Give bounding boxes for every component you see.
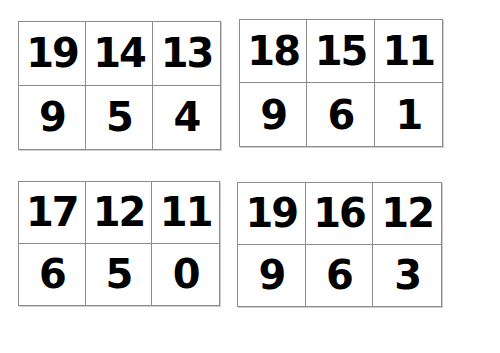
card3-cell-r2c1: 6 [19,244,86,306]
card3-cell-r2c2: 5 [86,244,153,306]
card2-cell-r2c3: 1 [375,83,442,146]
card2-cell-r2c2: 6 [307,83,374,146]
card2-cell-r1c2: 15 [307,20,374,83]
card4-cell-r1c3: 12 [373,183,441,245]
card3-cell-r1c3: 11 [152,182,219,244]
card2-cell-r1c3: 11 [375,20,442,83]
number-card-2: 18 15 11 9 6 1 [239,19,443,147]
card1-cell-r1c2: 14 [86,22,153,86]
card4-cell-r2c3: 3 [373,245,441,307]
card4-cell-r2c1: 9 [238,245,306,307]
card2-cell-r1c1: 18 [240,20,307,83]
card1-cell-r2c3: 4 [153,86,220,150]
card4-cell-r2c2: 6 [306,245,374,307]
card4-cell-r1c2: 16 [306,183,374,245]
number-card-1: 19 14 13 9 5 4 [18,21,221,150]
number-card-4: 19 16 12 9 6 3 [237,182,442,307]
number-card-3: 17 12 11 6 5 0 [18,181,220,306]
card1-cell-r1c1: 19 [19,22,86,86]
worksheet-page: 19 14 13 9 5 4 18 15 11 9 6 1 17 12 11 6… [0,0,500,353]
card3-cell-r1c1: 17 [19,182,86,244]
card4-cell-r1c1: 19 [238,183,306,245]
card1-cell-r2c1: 9 [19,86,86,150]
card3-cell-r1c2: 12 [86,182,153,244]
card3-cell-r2c3: 0 [152,244,219,306]
card1-cell-r2c2: 5 [86,86,153,150]
card2-cell-r2c1: 9 [240,83,307,146]
card1-cell-r1c3: 13 [153,22,220,86]
